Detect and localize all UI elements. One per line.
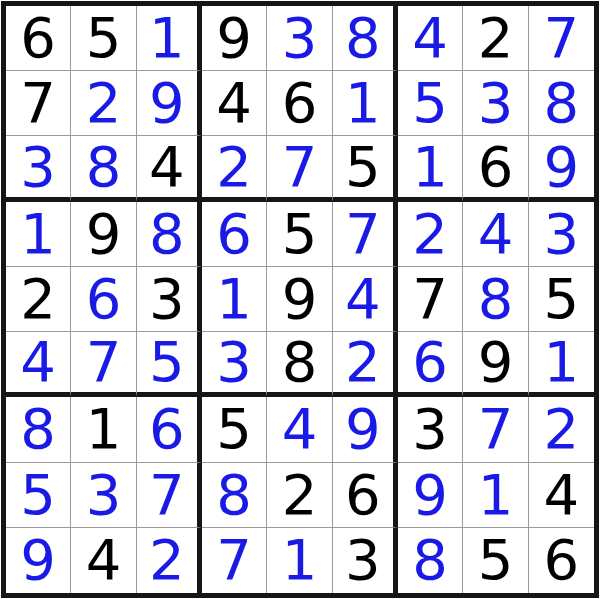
cell-r3c4[interactable]: 2 <box>202 136 267 201</box>
cell-r4c5[interactable]: 5 <box>267 202 332 267</box>
cell-r4c4[interactable]: 6 <box>202 202 267 267</box>
cell-r4c7[interactable]: 2 <box>398 202 463 267</box>
cell-r3c2[interactable]: 8 <box>71 136 136 201</box>
cell-r2c2[interactable]: 2 <box>71 71 136 136</box>
cell-r3c3[interactable]: 4 <box>137 136 202 201</box>
cell-r5c6[interactable]: 4 <box>333 267 398 332</box>
cell-r7c6[interactable]: 9 <box>333 397 398 462</box>
cell-r6c9[interactable]: 1 <box>529 332 594 397</box>
cell-r9c9[interactable]: 6 <box>529 528 594 593</box>
cell-r8c8[interactable]: 1 <box>463 463 528 528</box>
cell-r1c1[interactable]: 6 <box>6 6 71 71</box>
cell-r7c2[interactable]: 1 <box>71 397 136 462</box>
cell-r2c7[interactable]: 5 <box>398 71 463 136</box>
cell-r5c3[interactable]: 3 <box>137 267 202 332</box>
cell-r8c7[interactable]: 9 <box>398 463 463 528</box>
cell-r1c3[interactable]: 1 <box>137 6 202 71</box>
cell-r9c6[interactable]: 3 <box>333 528 398 593</box>
cell-r7c7[interactable]: 3 <box>398 397 463 462</box>
cell-r1c5[interactable]: 3 <box>267 6 332 71</box>
cell-r9c8[interactable]: 5 <box>463 528 528 593</box>
cell-r4c1[interactable]: 1 <box>6 202 71 267</box>
cell-r6c7[interactable]: 6 <box>398 332 463 397</box>
cell-r4c9[interactable]: 3 <box>529 202 594 267</box>
cell-r3c6[interactable]: 5 <box>333 136 398 201</box>
cell-r8c2[interactable]: 3 <box>71 463 136 528</box>
cell-r5c9[interactable]: 5 <box>529 267 594 332</box>
cell-r4c3[interactable]: 8 <box>137 202 202 267</box>
cell-r6c3[interactable]: 5 <box>137 332 202 397</box>
cell-r9c5[interactable]: 1 <box>267 528 332 593</box>
cell-r8c9[interactable]: 4 <box>529 463 594 528</box>
cell-r9c2[interactable]: 4 <box>71 528 136 593</box>
cell-r6c6[interactable]: 2 <box>333 332 398 397</box>
cell-r1c9[interactable]: 7 <box>529 6 594 71</box>
cell-r7c8[interactable]: 7 <box>463 397 528 462</box>
cell-r2c9[interactable]: 8 <box>529 71 594 136</box>
cell-r5c2[interactable]: 6 <box>71 267 136 332</box>
cell-r3c9[interactable]: 9 <box>529 136 594 201</box>
cell-r5c5[interactable]: 9 <box>267 267 332 332</box>
cell-r9c7[interactable]: 8 <box>398 528 463 593</box>
cell-r1c6[interactable]: 8 <box>333 6 398 71</box>
cell-r3c8[interactable]: 6 <box>463 136 528 201</box>
cell-r5c4[interactable]: 1 <box>202 267 267 332</box>
cell-r9c3[interactable]: 2 <box>137 528 202 593</box>
cell-r3c1[interactable]: 3 <box>6 136 71 201</box>
cell-r5c7[interactable]: 7 <box>398 267 463 332</box>
cell-r7c9[interactable]: 2 <box>529 397 594 462</box>
cell-r8c4[interactable]: 8 <box>202 463 267 528</box>
cell-r2c8[interactable]: 3 <box>463 71 528 136</box>
cell-r7c1[interactable]: 8 <box>6 397 71 462</box>
cell-r2c3[interactable]: 9 <box>137 71 202 136</box>
cell-r2c4[interactable]: 4 <box>202 71 267 136</box>
cell-r8c1[interactable]: 5 <box>6 463 71 528</box>
cell-r3c7[interactable]: 1 <box>398 136 463 201</box>
cell-r1c8[interactable]: 2 <box>463 6 528 71</box>
cell-r7c4[interactable]: 5 <box>202 397 267 462</box>
cell-r2c6[interactable]: 1 <box>333 71 398 136</box>
cell-r4c8[interactable]: 4 <box>463 202 528 267</box>
cell-r6c4[interactable]: 3 <box>202 332 267 397</box>
cell-r3c5[interactable]: 7 <box>267 136 332 201</box>
cell-r1c7[interactable]: 4 <box>398 6 463 71</box>
cell-r2c1[interactable]: 7 <box>6 71 71 136</box>
cell-r1c2[interactable]: 5 <box>71 6 136 71</box>
cell-r5c1[interactable]: 2 <box>6 267 71 332</box>
cell-r8c3[interactable]: 7 <box>137 463 202 528</box>
cell-r9c4[interactable]: 7 <box>202 528 267 593</box>
cell-r5c8[interactable]: 8 <box>463 267 528 332</box>
cell-r8c6[interactable]: 6 <box>333 463 398 528</box>
cell-r2c5[interactable]: 6 <box>267 71 332 136</box>
cell-r9c1[interactable]: 9 <box>6 528 71 593</box>
cell-r4c2[interactable]: 9 <box>71 202 136 267</box>
cell-r7c3[interactable]: 6 <box>137 397 202 462</box>
cell-r8c5[interactable]: 2 <box>267 463 332 528</box>
cell-r1c4[interactable]: 9 <box>202 6 267 71</box>
cell-r7c5[interactable]: 4 <box>267 397 332 462</box>
cell-r6c2[interactable]: 7 <box>71 332 136 397</box>
sudoku-board: 6519384277294615383842751691986572432631… <box>1 1 599 598</box>
cell-r4c6[interactable]: 7 <box>333 202 398 267</box>
cell-r6c8[interactable]: 9 <box>463 332 528 397</box>
cell-r6c1[interactable]: 4 <box>6 332 71 397</box>
cell-r6c5[interactable]: 8 <box>267 332 332 397</box>
